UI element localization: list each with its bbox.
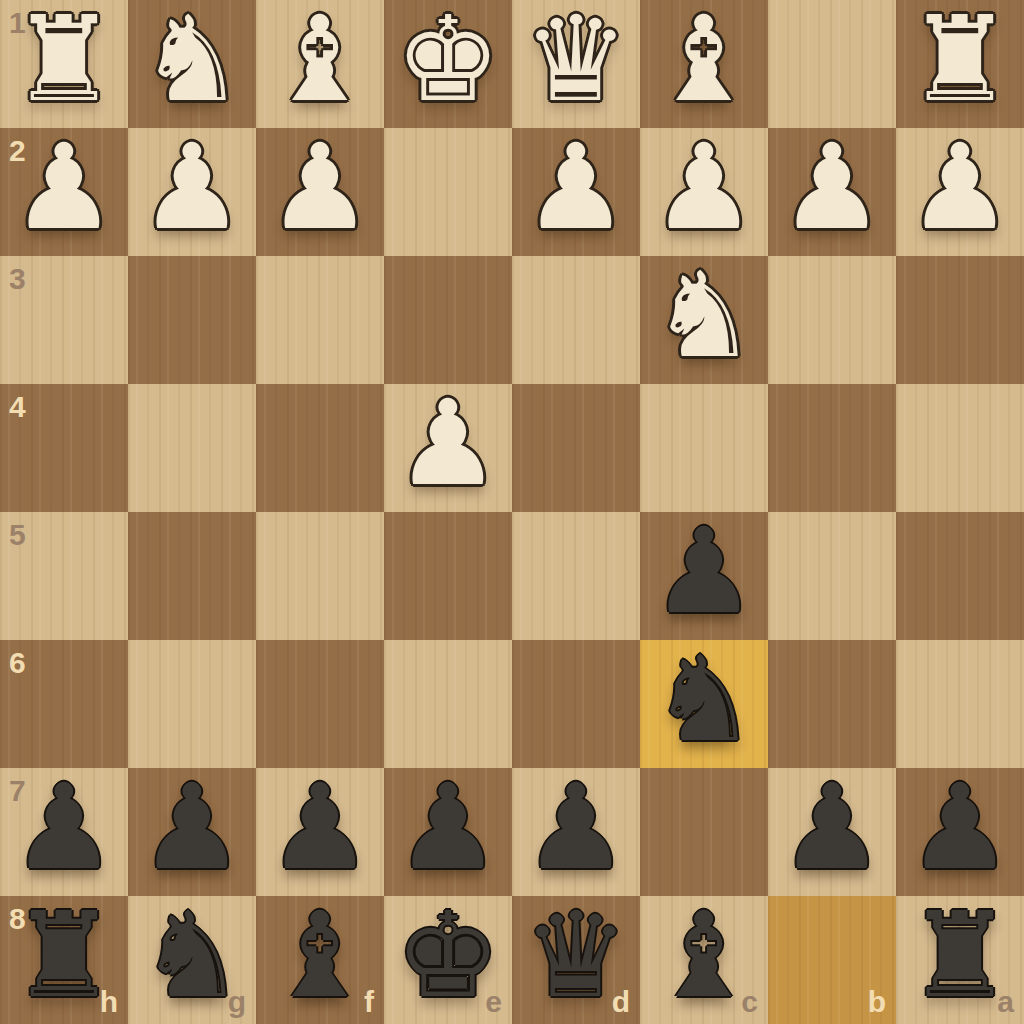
square-c5[interactable]: ♟ — [640, 512, 768, 640]
square-e3[interactable] — [384, 256, 512, 384]
black-pawn-g7[interactable]: ♟ — [139, 763, 245, 891]
square-e8[interactable]: ♚e — [384, 896, 512, 1024]
square-a4[interactable] — [896, 384, 1024, 512]
square-h3[interactable]: 3 — [0, 256, 128, 384]
black-rook-a8[interactable]: ♜ — [907, 891, 1013, 1019]
white-queen-d1[interactable]: ♛ — [523, 0, 629, 123]
square-f5[interactable] — [256, 512, 384, 640]
square-g7[interactable]: ♟ — [128, 768, 256, 896]
white-pawn-c2[interactable]: ♟ — [651, 123, 757, 251]
white-pawn-b2[interactable]: ♟ — [779, 123, 885, 251]
square-g1[interactable]: ♞ — [128, 0, 256, 128]
square-b6[interactable] — [768, 640, 896, 768]
square-h6[interactable]: 6 — [0, 640, 128, 768]
square-d3[interactable] — [512, 256, 640, 384]
square-g6[interactable] — [128, 640, 256, 768]
square-d2[interactable]: ♟ — [512, 128, 640, 256]
square-d6[interactable] — [512, 640, 640, 768]
black-pawn-f7[interactable]: ♟ — [267, 763, 373, 891]
board-wrap: ♜1♞♝♚♛♝♜♟2♟♟♟♟♟♟3♞4♟5♟6♞♟7♟♟♟♟♟♟♜8h♞g♝f♚… — [0, 0, 1024, 1024]
square-f2[interactable]: ♟ — [256, 128, 384, 256]
rank-label-4: 4 — [9, 392, 26, 422]
white-pawn-f2[interactable]: ♟ — [267, 123, 373, 251]
square-d1[interactable]: ♛ — [512, 0, 640, 128]
square-b2[interactable]: ♟ — [768, 128, 896, 256]
square-a7[interactable]: ♟ — [896, 768, 1024, 896]
white-rook-h1[interactable]: ♜ — [11, 0, 117, 123]
square-g4[interactable] — [128, 384, 256, 512]
square-c3[interactable]: ♞ — [640, 256, 768, 384]
black-pawn-b7[interactable]: ♟ — [779, 763, 885, 891]
square-f7[interactable]: ♟ — [256, 768, 384, 896]
square-b3[interactable] — [768, 256, 896, 384]
black-bishop-c8[interactable]: ♝ — [651, 891, 757, 1019]
black-pawn-h7[interactable]: ♟ — [11, 763, 117, 891]
square-e2[interactable] — [384, 128, 512, 256]
square-b5[interactable] — [768, 512, 896, 640]
square-g2[interactable]: ♟ — [128, 128, 256, 256]
square-f4[interactable] — [256, 384, 384, 512]
square-b1[interactable] — [768, 0, 896, 128]
square-a5[interactable] — [896, 512, 1024, 640]
square-g5[interactable] — [128, 512, 256, 640]
square-f8[interactable]: ♝f — [256, 896, 384, 1024]
square-c7[interactable] — [640, 768, 768, 896]
square-f6[interactable] — [256, 640, 384, 768]
black-queen-d8[interactable]: ♛ — [523, 891, 629, 1019]
square-b8[interactable]: b — [768, 896, 896, 1024]
square-a2[interactable]: ♟ — [896, 128, 1024, 256]
black-pawn-c5[interactable]: ♟ — [651, 507, 757, 635]
square-a3[interactable] — [896, 256, 1024, 384]
square-f3[interactable] — [256, 256, 384, 384]
black-pawn-d7[interactable]: ♟ — [523, 763, 629, 891]
square-b4[interactable] — [768, 384, 896, 512]
square-f1[interactable]: ♝ — [256, 0, 384, 128]
white-knight-g1[interactable]: ♞ — [139, 0, 245, 123]
square-c6[interactable]: ♞ — [640, 640, 768, 768]
square-e5[interactable] — [384, 512, 512, 640]
black-knight-c6[interactable]: ♞ — [651, 635, 757, 763]
white-king-e1[interactable]: ♚ — [395, 0, 501, 123]
square-e1[interactable]: ♚ — [384, 0, 512, 128]
black-pawn-a7[interactable]: ♟ — [907, 763, 1013, 891]
white-pawn-g2[interactable]: ♟ — [139, 123, 245, 251]
square-h7[interactable]: ♟7 — [0, 768, 128, 896]
square-e4[interactable]: ♟ — [384, 384, 512, 512]
square-d4[interactable] — [512, 384, 640, 512]
square-c8[interactable]: ♝c — [640, 896, 768, 1024]
white-pawn-a2[interactable]: ♟ — [907, 123, 1013, 251]
black-bishop-f8[interactable]: ♝ — [267, 891, 373, 1019]
chess-board: ♜1♞♝♚♛♝♜♟2♟♟♟♟♟♟3♞4♟5♟6♞♟7♟♟♟♟♟♟♜8h♞g♝f♚… — [0, 0, 1024, 1024]
square-c4[interactable] — [640, 384, 768, 512]
square-h4[interactable]: 4 — [0, 384, 128, 512]
square-a6[interactable] — [896, 640, 1024, 768]
square-h2[interactable]: ♟2 — [0, 128, 128, 256]
square-d5[interactable] — [512, 512, 640, 640]
square-e7[interactable]: ♟ — [384, 768, 512, 896]
square-c1[interactable]: ♝ — [640, 0, 768, 128]
rank-label-3: 3 — [9, 264, 26, 294]
rank-label-6: 6 — [9, 648, 26, 678]
square-g8[interactable]: ♞g — [128, 896, 256, 1024]
square-d8[interactable]: ♛d — [512, 896, 640, 1024]
square-g3[interactable] — [128, 256, 256, 384]
white-pawn-h2[interactable]: ♟ — [11, 123, 117, 251]
square-a8[interactable]: ♜a — [896, 896, 1024, 1024]
black-rook-h8[interactable]: ♜ — [11, 891, 117, 1019]
square-b7[interactable]: ♟ — [768, 768, 896, 896]
white-knight-c3[interactable]: ♞ — [651, 251, 757, 379]
white-bishop-f1[interactable]: ♝ — [267, 0, 373, 123]
square-h5[interactable]: 5 — [0, 512, 128, 640]
white-pawn-d2[interactable]: ♟ — [523, 123, 629, 251]
white-rook-a1[interactable]: ♜ — [907, 0, 1013, 123]
black-king-e8[interactable]: ♚ — [395, 891, 501, 1019]
square-a1[interactable]: ♜ — [896, 0, 1024, 128]
square-e6[interactable] — [384, 640, 512, 768]
rank-label-5: 5 — [9, 520, 26, 550]
white-bishop-c1[interactable]: ♝ — [651, 0, 757, 123]
file-label-b: b — [868, 987, 886, 1017]
white-pawn-e4[interactable]: ♟ — [395, 379, 501, 507]
square-h1[interactable]: ♜1 — [0, 0, 128, 128]
square-c2[interactable]: ♟ — [640, 128, 768, 256]
square-d7[interactable]: ♟ — [512, 768, 640, 896]
square-h8[interactable]: ♜8h — [0, 896, 128, 1024]
black-knight-g8[interactable]: ♞ — [139, 891, 245, 1019]
black-pawn-e7[interactable]: ♟ — [395, 763, 501, 891]
